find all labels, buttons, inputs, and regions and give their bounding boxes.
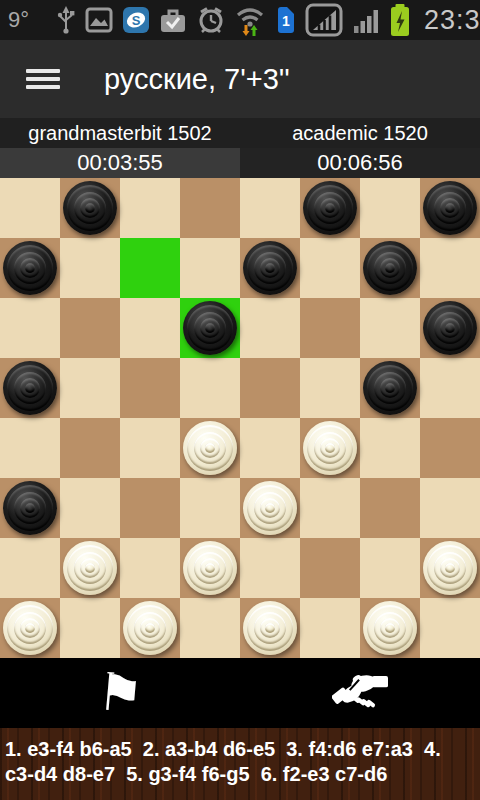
- skype-icon: S: [122, 6, 150, 34]
- square-g8[interactable]: [360, 178, 420, 238]
- square-c2[interactable]: [120, 538, 180, 598]
- square-c4[interactable]: [120, 418, 180, 478]
- square-a5[interactable]: [0, 358, 60, 418]
- square-d2[interactable]: [180, 538, 240, 598]
- square-h6[interactable]: [420, 298, 480, 358]
- square-f5[interactable]: [300, 358, 360, 418]
- square-f3[interactable]: [300, 478, 360, 538]
- black-man-d6[interactable]: [183, 301, 237, 355]
- square-d1[interactable]: [180, 598, 240, 658]
- player-right-name: academic 1520: [240, 118, 480, 148]
- square-f6[interactable]: [300, 298, 360, 358]
- white-man-e3[interactable]: [243, 481, 297, 535]
- piece-ring: [385, 263, 395, 273]
- piece-ring: [445, 563, 455, 573]
- square-b7[interactable]: [60, 238, 120, 298]
- square-e5[interactable]: [240, 358, 300, 418]
- square-h4[interactable]: [420, 418, 480, 478]
- status-bar: 9° S: [0, 0, 480, 40]
- network-signal-boxed-icon: [305, 3, 343, 37]
- white-man-a1[interactable]: [3, 601, 57, 655]
- resign-flag-button[interactable]: ⚑: [0, 658, 240, 728]
- square-c5[interactable]: [120, 358, 180, 418]
- move-list-line2: c3-d4 d8-e7 5. g3-f4 f6-g5 6. f2-e3 c7-d…: [5, 762, 475, 787]
- square-a3[interactable]: [0, 478, 60, 538]
- black-man-h6[interactable]: [423, 301, 477, 355]
- square-a7[interactable]: [0, 238, 60, 298]
- square-f7[interactable]: [300, 238, 360, 298]
- square-a1[interactable]: [0, 598, 60, 658]
- square-f1[interactable]: [300, 598, 360, 658]
- black-man-a5[interactable]: [3, 361, 57, 415]
- white-man-f4[interactable]: [303, 421, 357, 475]
- piece-ring: [445, 203, 455, 213]
- square-f4[interactable]: [300, 418, 360, 478]
- square-d5[interactable]: [180, 358, 240, 418]
- black-man-b8[interactable]: [63, 181, 117, 235]
- square-h7[interactable]: [420, 238, 480, 298]
- square-b4[interactable]: [60, 418, 120, 478]
- alarm-clock-icon: [196, 5, 226, 35]
- square-h5[interactable]: [420, 358, 480, 418]
- white-man-d2[interactable]: [183, 541, 237, 595]
- handshake-icon: [332, 670, 388, 716]
- piece-ring: [205, 563, 215, 573]
- square-e4[interactable]: [240, 418, 300, 478]
- white-man-d4[interactable]: [183, 421, 237, 475]
- square-d3[interactable]: [180, 478, 240, 538]
- square-b3[interactable]: [60, 478, 120, 538]
- black-man-e7[interactable]: [243, 241, 297, 295]
- player-left-clock: 00:03:55: [0, 148, 240, 178]
- square-c1[interactable]: [120, 598, 180, 658]
- square-e8[interactable]: [240, 178, 300, 238]
- square-g6[interactable]: [360, 298, 420, 358]
- sim-card-icon: 1: [274, 6, 296, 34]
- square-d6[interactable]: [180, 298, 240, 358]
- square-c7[interactable]: [120, 238, 180, 298]
- piece-ring: [25, 623, 35, 633]
- svg-text:S: S: [132, 13, 141, 28]
- square-c3[interactable]: [120, 478, 180, 538]
- page-title: русские, 7'+3'': [104, 63, 290, 96]
- piece-ring: [265, 263, 275, 273]
- piece-ring: [85, 203, 95, 213]
- title-bar: русские, 7'+3'': [0, 40, 480, 118]
- move-list-line1: 1. e3-f4 b6-a5 2. a3-b4 d6-e5 3. f4:d6 e…: [5, 737, 475, 762]
- black-man-a7[interactable]: [3, 241, 57, 295]
- square-b6[interactable]: [60, 298, 120, 358]
- tasks-check-icon: [159, 7, 187, 34]
- square-f2[interactable]: [300, 538, 360, 598]
- piece-ring: [385, 623, 395, 633]
- flag-icon: ⚑: [95, 665, 146, 721]
- square-e2[interactable]: [240, 538, 300, 598]
- square-d4[interactable]: [180, 418, 240, 478]
- square-b5[interactable]: [60, 358, 120, 418]
- piece-ring: [325, 203, 335, 213]
- wifi-traffic-icon: [235, 5, 265, 36]
- square-f8[interactable]: [300, 178, 360, 238]
- square-b1[interactable]: [60, 598, 120, 658]
- white-man-b2[interactable]: [63, 541, 117, 595]
- black-man-g7[interactable]: [363, 241, 417, 295]
- piece-ring: [325, 443, 335, 453]
- square-g7[interactable]: [360, 238, 420, 298]
- white-man-e1[interactable]: [243, 601, 297, 655]
- square-g5[interactable]: [360, 358, 420, 418]
- player-names-row: grandmasterbit 1502 academic 1520: [0, 118, 480, 148]
- battery-charging-icon: [389, 4, 411, 37]
- menu-hamburger-icon[interactable]: [26, 69, 60, 89]
- black-man-f8[interactable]: [303, 181, 357, 235]
- square-a8[interactable]: [0, 178, 60, 238]
- square-g1[interactable]: [360, 598, 420, 658]
- square-d7[interactable]: [180, 238, 240, 298]
- white-man-g1[interactable]: [363, 601, 417, 655]
- black-man-g5[interactable]: [363, 361, 417, 415]
- black-man-h8[interactable]: [423, 181, 477, 235]
- piece-ring: [85, 563, 95, 573]
- piece-ring: [265, 623, 275, 633]
- usb-icon: [56, 5, 76, 35]
- player-right-clock: 00:06:56: [240, 148, 480, 178]
- piece-ring: [265, 503, 275, 513]
- offer-draw-button[interactable]: [240, 658, 480, 728]
- square-e7[interactable]: [240, 238, 300, 298]
- white-man-c1[interactable]: [123, 601, 177, 655]
- piece-ring: [385, 383, 395, 393]
- piece-ring: [205, 323, 215, 333]
- square-h3[interactable]: [420, 478, 480, 538]
- square-d8[interactable]: [180, 178, 240, 238]
- temperature-label: 9°: [8, 7, 29, 33]
- square-e6[interactable]: [240, 298, 300, 358]
- square-c8[interactable]: [120, 178, 180, 238]
- piece-ring: [25, 263, 35, 273]
- network-signal-bars-icon: [352, 7, 380, 34]
- svg-text:1: 1: [282, 13, 290, 29]
- player-left-name: grandmasterbit 1502: [0, 118, 240, 148]
- bottom-toolbar: ⚑: [0, 658, 480, 728]
- square-e1[interactable]: [240, 598, 300, 658]
- white-man-h2[interactable]: [423, 541, 477, 595]
- square-h2[interactable]: [420, 538, 480, 598]
- piece-ring: [25, 503, 35, 513]
- black-man-a3[interactable]: [3, 481, 57, 535]
- square-a6[interactable]: [0, 298, 60, 358]
- square-a4[interactable]: [0, 418, 60, 478]
- square-h1[interactable]: [420, 598, 480, 658]
- square-b8[interactable]: [60, 178, 120, 238]
- square-a2[interactable]: [0, 538, 60, 598]
- gallery-icon: [85, 6, 113, 34]
- move-list[interactable]: 1. e3-f4 b6-a5 2. a3-b4 d6-e5 3. f4:d6 e…: [0, 728, 480, 800]
- clock-time-label: 23:35: [424, 5, 480, 36]
- piece-ring: [25, 383, 35, 393]
- square-g2[interactable]: [360, 538, 420, 598]
- square-h8[interactable]: [420, 178, 480, 238]
- square-b2[interactable]: [60, 538, 120, 598]
- player-clocks-row: 00:03:55 00:06:56: [0, 148, 480, 178]
- square-e3[interactable]: [240, 478, 300, 538]
- square-g4[interactable]: [360, 418, 420, 478]
- board: [0, 178, 480, 658]
- square-c6[interactable]: [120, 298, 180, 358]
- piece-ring: [145, 623, 155, 633]
- square-g3[interactable]: [360, 478, 420, 538]
- piece-ring: [445, 323, 455, 333]
- piece-ring: [205, 443, 215, 453]
